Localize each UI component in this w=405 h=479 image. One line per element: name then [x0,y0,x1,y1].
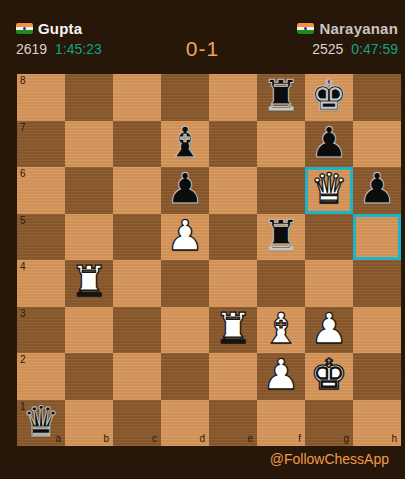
square-g4[interactable] [305,260,353,307]
square-d1[interactable]: d [161,400,209,447]
black-rook: ♜ [262,75,300,117]
game-result: 0-1 [186,37,219,61]
square-d7[interactable]: ♝ [161,121,209,168]
square-e8[interactable] [209,74,257,121]
square-f2[interactable]: ♟ [257,353,305,400]
flag-chakra-dot [23,27,26,30]
square-b8[interactable] [65,74,113,121]
file-label-b: b [103,434,109,444]
square-h5[interactable] [353,214,401,261]
rank-label-8: 8 [20,76,26,86]
rank-label-6: 6 [20,169,26,179]
india-flag-icon [16,23,33,34]
white-rook: ♜ [70,261,108,303]
square-h8[interactable] [353,74,401,121]
square-f7[interactable] [257,121,305,168]
white-pawn: ♟ [262,354,300,396]
file-label-d: d [199,434,205,444]
square-c8[interactable] [113,74,161,121]
chess-app-screen: Gupta 2619 1:45:23 0-1 Narayanan 2525 0:… [0,0,405,479]
black-pawn: ♟ [166,168,204,210]
square-h3[interactable] [353,307,401,354]
square-c3[interactable] [113,307,161,354]
black-player-clock: 0:47:59 [351,41,398,57]
file-label-e: e [247,434,253,444]
square-d8[interactable] [161,74,209,121]
square-c6[interactable] [113,167,161,214]
square-d3[interactable] [161,307,209,354]
square-e6[interactable] [209,167,257,214]
square-c2[interactable] [113,353,161,400]
white-pawn: ♟ [166,215,204,257]
square-e1[interactable]: e [209,400,257,447]
file-label-g: g [343,434,349,444]
white-player-name: Gupta [38,20,82,37]
square-e3[interactable]: ♜ [209,307,257,354]
rank-label-4: 4 [20,262,26,272]
black-pawn: ♟ [310,122,348,164]
square-f3[interactable]: ♝ [257,307,305,354]
black-king: ♚ [310,75,348,117]
square-c4[interactable] [113,260,161,307]
square-f5[interactable]: ♜ [257,214,305,261]
black-queen: ♛ [22,401,60,443]
square-b4[interactable]: ♜ [65,260,113,307]
white-player-rating: 2619 [16,41,47,57]
square-b1[interactable]: b [65,400,113,447]
square-g7[interactable]: ♟ [305,121,353,168]
square-d4[interactable] [161,260,209,307]
white-king: ♚ [310,354,348,396]
black-player-rating: 2525 [312,41,343,57]
chess-board: 8♜♚7♝♟6♟♛♟5♟♜4♜3♜♝♟2♟♚1a♛bcdefgh [17,74,401,446]
square-g3[interactable]: ♟ [305,307,353,354]
square-c5[interactable] [113,214,161,261]
black-rook: ♜ [262,215,300,257]
square-b6[interactable] [65,167,113,214]
rank-label-2: 2 [20,355,26,365]
square-b7[interactable] [65,121,113,168]
square-g2[interactable]: ♚ [305,353,353,400]
square-b2[interactable] [65,353,113,400]
square-a1[interactable]: 1a♛ [17,400,65,447]
black-pawn: ♟ [358,168,396,210]
white-bishop: ♝ [262,308,300,350]
square-a7[interactable]: 7 [17,121,65,168]
flag-chakra-dot [304,27,307,30]
square-h7[interactable] [353,121,401,168]
square-a8[interactable]: 8 [17,74,65,121]
square-a5[interactable]: 5 [17,214,65,261]
file-label-h: h [391,434,397,444]
square-f1[interactable]: f [257,400,305,447]
white-player-stats: 2619 1:45:23 [16,41,102,57]
white-rook: ♜ [214,308,252,350]
rank-label-7: 7 [20,123,26,133]
square-h1[interactable]: h [353,400,401,447]
square-f8[interactable]: ♜ [257,74,305,121]
square-g6[interactable]: ♛ [305,167,353,214]
square-h6[interactable]: ♟ [353,167,401,214]
file-label-c: c [152,434,157,444]
white-pawn: ♟ [310,308,348,350]
square-a3[interactable]: 3 [17,307,65,354]
white-player-name-row: Gupta [16,20,102,37]
black-bishop: ♝ [166,122,204,164]
square-h4[interactable] [353,260,401,307]
black-player-stats: 2525 0:47:59 [297,41,398,57]
square-d6[interactable]: ♟ [161,167,209,214]
white-player-clock: 1:45:23 [55,41,102,57]
black-player-info: Narayanan 2525 0:47:59 [297,20,398,57]
square-f6[interactable] [257,167,305,214]
square-a2[interactable]: 2 [17,353,65,400]
square-a4[interactable]: 4 [17,260,65,307]
watermark: @FollowChessApp [270,451,389,467]
square-d2[interactable] [161,353,209,400]
square-d5[interactable]: ♟ [161,214,209,261]
square-e5[interactable] [209,214,257,261]
file-label-f: f [298,434,301,444]
square-c7[interactable] [113,121,161,168]
square-h2[interactable] [353,353,401,400]
square-b3[interactable] [65,307,113,354]
square-b5[interactable] [65,214,113,261]
black-player-name-row: Narayanan [297,20,398,37]
square-g8[interactable]: ♚ [305,74,353,121]
square-e2[interactable] [209,353,257,400]
square-c1[interactable]: c [113,400,161,447]
square-e7[interactable] [209,121,257,168]
square-e4[interactable] [209,260,257,307]
white-queen: ♛ [310,168,348,210]
rank-label-3: 3 [20,309,26,319]
square-a6[interactable]: 6 [17,167,65,214]
square-g1[interactable]: g [305,400,353,447]
square-f4[interactable] [257,260,305,307]
white-player-info: Gupta 2619 1:45:23 [16,20,102,57]
rank-label-5: 5 [20,216,26,226]
square-g5[interactable] [305,214,353,261]
india-flag-icon [297,23,314,34]
black-player-name: Narayanan [319,20,398,37]
